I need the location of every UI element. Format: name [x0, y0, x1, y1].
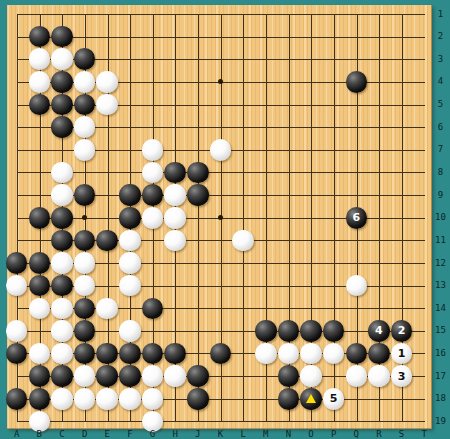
stone-B19	[29, 411, 51, 433]
column-label-S: S	[394, 430, 410, 439]
column-label-M: M	[258, 430, 274, 439]
stone-C3	[51, 48, 73, 70]
stone-O15	[300, 320, 322, 342]
move-number-label: 4	[375, 325, 383, 336]
stone-C10	[51, 207, 73, 229]
row-label-3: 3	[432, 55, 449, 64]
stone-B12	[29, 252, 51, 274]
stone-L11	[232, 230, 254, 252]
row-label-18: 18	[432, 394, 449, 403]
stone-C18	[51, 388, 73, 410]
stone-B17	[29, 365, 51, 387]
move-number-label: 1	[398, 348, 406, 359]
stone-D18	[74, 388, 96, 410]
stone-G10	[142, 207, 164, 229]
stone-R16	[368, 343, 390, 365]
row-label-14: 14	[432, 304, 449, 313]
stone-E4	[96, 71, 118, 93]
column-label-F: F	[122, 430, 138, 439]
stone-F10	[119, 207, 141, 229]
move-number-label: 3	[398, 371, 406, 382]
stone-G7	[142, 139, 164, 161]
stone-J18	[187, 388, 209, 410]
stone-H8	[164, 162, 186, 184]
stone-D15	[74, 320, 96, 342]
stone-M15	[255, 320, 277, 342]
stone-B18	[29, 388, 51, 410]
stone-F13	[119, 275, 141, 297]
stone-P18: 5	[323, 388, 345, 410]
stone-O18	[300, 388, 322, 410]
stone-R15: 4	[368, 320, 390, 342]
column-label-J: J	[190, 430, 206, 439]
row-label-19: 19	[432, 417, 449, 426]
stone-P15	[323, 320, 345, 342]
stone-B10	[29, 207, 51, 229]
move-number-label: 6	[352, 212, 360, 223]
row-label-5: 5	[432, 100, 449, 109]
stone-B3	[29, 48, 51, 70]
stone-D7	[74, 139, 96, 161]
stone-E17	[96, 365, 118, 387]
stone-F17	[119, 365, 141, 387]
stone-G19	[142, 411, 164, 433]
stone-C4	[51, 71, 73, 93]
stone-F11	[119, 230, 141, 252]
row-label-11: 11	[432, 236, 449, 245]
stone-D12	[74, 252, 96, 274]
move-number-label: 5	[330, 393, 338, 404]
stone-C6	[51, 116, 73, 138]
stone-O16	[300, 343, 322, 365]
stone-F9	[119, 184, 141, 206]
row-label-13: 13	[432, 281, 449, 290]
stone-M16	[255, 343, 277, 365]
column-label-T: T	[416, 430, 432, 439]
column-label-H: H	[167, 430, 183, 439]
column-label-K: K	[212, 430, 228, 439]
stone-H10	[164, 207, 186, 229]
column-label-Q: Q	[348, 430, 364, 439]
stone-E14	[96, 298, 118, 320]
stone-N18	[278, 388, 300, 410]
stone-C17	[51, 365, 73, 387]
stone-K7	[210, 139, 232, 161]
stone-F16	[119, 343, 141, 365]
stone-H11	[164, 230, 186, 252]
row-label-15: 15	[432, 326, 449, 335]
stone-C16	[51, 343, 73, 365]
column-label-P: P	[326, 430, 342, 439]
stone-C13	[51, 275, 73, 297]
stone-F18	[119, 388, 141, 410]
column-label-A: A	[9, 430, 25, 439]
column-label-R: R	[371, 430, 387, 439]
stone-O17	[300, 365, 322, 387]
row-label-2: 2	[432, 32, 449, 41]
stone-C11	[51, 230, 73, 252]
stone-C9	[51, 184, 73, 206]
row-label-9: 9	[432, 191, 449, 200]
stone-D9	[74, 184, 96, 206]
triangle-mark-icon	[306, 394, 316, 403]
stone-F15	[119, 320, 141, 342]
stone-B4	[29, 71, 51, 93]
stone-J17	[187, 365, 209, 387]
column-label-D: D	[77, 430, 93, 439]
stone-Q4	[346, 71, 368, 93]
stone-C5	[51, 94, 73, 116]
row-label-8: 8	[432, 168, 449, 177]
stone-G18	[142, 388, 164, 410]
row-label-7: 7	[432, 145, 449, 154]
stone-C15	[51, 320, 73, 342]
stone-H17	[164, 365, 186, 387]
column-label-N: N	[280, 430, 296, 439]
stone-E18	[96, 388, 118, 410]
row-label-10: 10	[432, 213, 449, 222]
stone-C8	[51, 162, 73, 184]
move-number-label: 2	[398, 325, 406, 336]
stone-C12	[51, 252, 73, 274]
column-label-C: C	[54, 430, 70, 439]
go-diagram: 642135 ABCDEFGHJKLMNOPQRST 1234567891011…	[0, 0, 450, 439]
stone-A18	[6, 388, 28, 410]
stone-C2	[51, 26, 73, 48]
stone-S15: 2	[391, 320, 413, 342]
stone-B14	[29, 298, 51, 320]
stone-C14	[51, 298, 73, 320]
stone-J9	[187, 184, 209, 206]
stone-Q17	[346, 365, 368, 387]
stone-G9	[142, 184, 164, 206]
column-label-O: O	[303, 430, 319, 439]
stone-N17	[278, 365, 300, 387]
stone-Q10: 6	[346, 207, 368, 229]
row-label-17: 17	[432, 372, 449, 381]
column-label-L: L	[235, 430, 251, 439]
row-label-6: 6	[432, 123, 449, 132]
stone-H9	[164, 184, 186, 206]
row-label-4: 4	[432, 77, 449, 86]
stone-N15	[278, 320, 300, 342]
stone-J8	[187, 162, 209, 184]
row-label-16: 16	[432, 349, 449, 358]
stone-D4	[74, 71, 96, 93]
stone-E11	[96, 230, 118, 252]
row-label-12: 12	[432, 259, 449, 268]
stone-F12	[119, 252, 141, 274]
stone-A15	[6, 320, 28, 342]
column-label-E: E	[99, 430, 115, 439]
stone-A12	[6, 252, 28, 274]
row-label-1: 1	[432, 10, 449, 19]
stone-R17	[368, 365, 390, 387]
